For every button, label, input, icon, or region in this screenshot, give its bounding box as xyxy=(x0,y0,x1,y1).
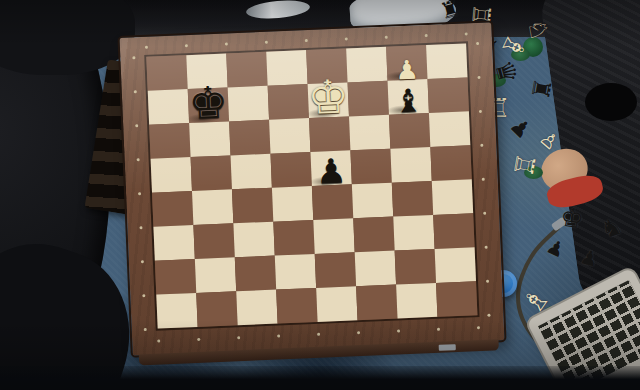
border-dot xyxy=(345,37,348,40)
white-king: ♚ xyxy=(307,73,350,121)
bottom-shadow xyxy=(0,366,640,390)
border-dot xyxy=(237,336,240,339)
black-king: ♚ xyxy=(188,80,229,126)
black-bishop: ♝ xyxy=(393,84,423,117)
piece-layer: ♟♝♚♚♟ xyxy=(120,22,505,355)
border-dot xyxy=(486,280,489,283)
border-dot xyxy=(137,158,140,161)
border-dot xyxy=(132,56,135,59)
chess-endgame-photo: ♜♟♖♞♗♘♛♜♖♗♟♟♙♖♙♚♞♟♟♗ ♟♝♚♚♟ xyxy=(0,0,640,390)
border-dot xyxy=(144,328,147,331)
border-dot xyxy=(477,326,480,329)
black-pawn: ♟ xyxy=(315,154,347,189)
border-dot xyxy=(317,333,320,336)
border-dot xyxy=(479,110,482,113)
border-dot xyxy=(185,44,188,47)
border-dot xyxy=(465,32,468,35)
border-dot xyxy=(487,314,490,317)
border-dot xyxy=(482,178,485,181)
border-dot xyxy=(357,331,360,334)
border-dot xyxy=(197,338,200,341)
border-dot xyxy=(138,192,141,195)
border-dot xyxy=(145,46,148,49)
chess-board: ♟♝♚♚♟ xyxy=(120,22,505,355)
border-dot xyxy=(483,212,486,215)
border-dot xyxy=(480,144,483,147)
border-dot xyxy=(397,329,400,332)
border-dot xyxy=(135,124,138,127)
white-pawn: ♟ xyxy=(395,56,419,83)
border-dot xyxy=(437,328,440,331)
green-bottle-cap xyxy=(523,37,543,57)
board-latch xyxy=(439,344,456,351)
border-dot xyxy=(485,246,488,249)
border-dot xyxy=(385,36,388,39)
border-dot xyxy=(134,90,137,93)
border-dot xyxy=(305,39,308,42)
border-dot xyxy=(157,339,160,342)
border-dot xyxy=(225,42,228,45)
